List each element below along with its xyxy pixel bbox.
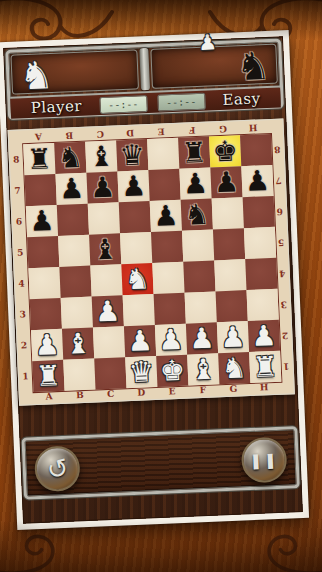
file-label-h: H: [238, 121, 269, 133]
black-knight-icon: ♞: [235, 47, 271, 86]
pause-icon: ❚❚: [249, 450, 279, 469]
player-timer: --:--: [99, 95, 148, 114]
rank-label-7: 7: [12, 175, 24, 206]
control-bar: ↺ ❚❚: [21, 426, 299, 500]
square-e1[interactable]: ♚: [156, 355, 188, 387]
square-e7[interactable]: [148, 169, 180, 201]
square-h8[interactable]: [240, 134, 272, 166]
piece-white-pawn-f2[interactable]: ♟: [186, 322, 218, 354]
piece-black-rook-a8[interactable]: ♜: [23, 143, 55, 175]
piece-black-knight-b8[interactable]: ♞: [54, 142, 86, 174]
square-h5[interactable]: [244, 227, 276, 259]
square-d1[interactable]: ♛: [125, 356, 157, 388]
player-name-label: Player: [30, 97, 82, 117]
screen: { "game": "chess", "app": { "player_labe…: [0, 0, 322, 572]
square-c6[interactable]: [88, 202, 120, 234]
piece-white-pawn-a2[interactable]: ♟: [31, 329, 63, 361]
difficulty-label: Easy: [222, 89, 261, 109]
captured-white-pawn-icon: ♟: [198, 32, 218, 54]
player-capture-tray: ♞: [10, 49, 138, 94]
square-a3[interactable]: [30, 298, 62, 330]
square-h4[interactable]: [245, 258, 277, 290]
square-c8[interactable]: ♝: [85, 140, 117, 172]
file-label-f: F: [176, 124, 207, 136]
rank-label-1: 1: [19, 361, 31, 392]
rank-label-8: 8: [10, 144, 22, 175]
square-g4[interactable]: [214, 259, 246, 291]
piece-black-bishop-c5[interactable]: ♝: [89, 233, 121, 265]
square-c2[interactable]: [93, 326, 125, 358]
pause-button[interactable]: ❚❚: [241, 437, 288, 484]
piece-white-knight-g1[interactable]: ♞: [218, 352, 250, 384]
square-b1[interactable]: [63, 359, 95, 391]
undo-arrow-icon: ↺: [44, 453, 72, 484]
tray-divider-ornament: [139, 48, 150, 90]
piece-black-knight-f6[interactable]: ♞: [181, 198, 213, 230]
square-d4[interactable]: ♞: [121, 263, 153, 295]
piece-black-pawn-e6[interactable]: ♟: [150, 200, 182, 232]
square-f4[interactable]: [183, 260, 215, 292]
square-h1[interactable]: ♜: [249, 351, 281, 383]
piece-white-pawn-g2[interactable]: ♟: [217, 321, 249, 353]
square-d5[interactable]: [120, 232, 152, 264]
square-f6[interactable]: ♞: [181, 198, 213, 230]
square-c1[interactable]: [94, 357, 126, 389]
square-f3[interactable]: [185, 291, 217, 323]
square-f1[interactable]: ♝: [187, 353, 219, 385]
file-label-e: E: [146, 125, 177, 137]
chess-board: ABCDEFGH ABCDEFGH 87654321 87654321 ♜♞♝♛…: [8, 118, 295, 405]
square-d3[interactable]: [123, 294, 155, 326]
file-label-g: G: [207, 122, 238, 134]
square-e5[interactable]: [151, 231, 183, 263]
square-d6[interactable]: [119, 201, 151, 233]
piece-white-bishop-b2[interactable]: ♝: [62, 328, 94, 360]
piece-black-king-g8[interactable]: ♚: [209, 135, 241, 167]
square-f5[interactable]: [182, 229, 214, 261]
piece-black-pawn-f7[interactable]: ♟: [179, 168, 211, 200]
rank-label-2: 2: [18, 330, 30, 361]
square-b8[interactable]: ♞: [54, 142, 86, 174]
square-c3[interactable]: ♟: [92, 295, 124, 327]
piece-black-pawn-d7[interactable]: ♟: [117, 170, 149, 202]
piece-white-knight-d4[interactable]: ♞: [121, 263, 153, 295]
file-label-c: C: [84, 127, 115, 139]
piece-white-pawn-h2[interactable]: ♟: [248, 320, 280, 352]
square-g7[interactable]: ♟: [210, 166, 242, 198]
piece-white-rook-a1[interactable]: ♜: [32, 360, 64, 392]
rank-label-6: 6: [13, 206, 25, 237]
square-d2[interactable]: ♟: [124, 325, 156, 357]
piece-white-bishop-f1[interactable]: ♝: [187, 353, 219, 385]
square-a1[interactable]: ♜: [32, 360, 64, 392]
square-e2[interactable]: ♟: [155, 324, 187, 356]
square-e8[interactable]: [147, 138, 179, 170]
square-f7[interactable]: ♟: [179, 168, 211, 200]
piece-white-queen-d1[interactable]: ♛: [125, 356, 157, 388]
piece-black-rook-f8[interactable]: ♜: [178, 137, 210, 169]
rank-label-3: 3: [17, 299, 29, 330]
square-e4[interactable]: [152, 262, 184, 294]
piece-white-pawn-d2[interactable]: ♟: [124, 325, 156, 357]
file-label-a: A: [23, 130, 54, 142]
square-g2[interactable]: ♟: [217, 321, 249, 353]
square-d8[interactable]: ♛: [116, 139, 148, 171]
file-label-d: D: [115, 126, 146, 138]
piece-white-rook-h1[interactable]: ♜: [249, 351, 281, 383]
piece-white-king-e1[interactable]: ♚: [156, 355, 188, 387]
corner-flourish-bottom-right: [220, 512, 322, 572]
square-b5[interactable]: [58, 235, 90, 267]
square-b3[interactable]: [61, 297, 93, 329]
square-f2[interactable]: ♟: [186, 322, 218, 354]
piece-black-queen-d8[interactable]: ♛: [116, 139, 148, 171]
square-c4[interactable]: [90, 264, 122, 296]
square-h3[interactable]: [247, 289, 279, 321]
square-g3[interactable]: [216, 290, 248, 322]
piece-white-pawn-e2[interactable]: ♟: [155, 324, 187, 356]
cpu-capture-tray: ♟ ♞: [150, 44, 278, 89]
piece-black-bishop-c8[interactable]: ♝: [85, 140, 117, 172]
top-panel: ♞ ♟ ♞ Player --:-- --:-- Easy: [5, 38, 284, 119]
square-e3[interactable]: [154, 293, 186, 325]
square-a5[interactable]: [27, 236, 59, 268]
square-e6[interactable]: ♟: [150, 200, 182, 232]
rank-label-4: 4: [15, 268, 27, 299]
square-a4[interactable]: [28, 267, 60, 299]
square-b6[interactable]: [57, 204, 89, 236]
square-c5[interactable]: ♝: [89, 233, 121, 265]
piece-white-pawn-c3[interactable]: ♟: [92, 295, 124, 327]
file-label-b: B: [53, 129, 84, 141]
piece-black-pawn-a6[interactable]: ♟: [26, 205, 58, 237]
square-a8[interactable]: ♜: [23, 143, 55, 175]
square-g8[interactable]: ♚: [209, 135, 241, 167]
piece-black-pawn-c7[interactable]: ♟: [86, 171, 118, 203]
board-squares: ♜♞♝♛♜♚♟♟♟♟♟♟♟♟♞♝♞♟♟♝♟♟♟♟♟♜♛♚♝♞♜: [22, 133, 282, 393]
square-f8[interactable]: ♜: [178, 137, 210, 169]
piece-black-pawn-h7[interactable]: ♟: [241, 165, 273, 197]
square-a2[interactable]: ♟: [31, 329, 63, 361]
rank-label-5: 5: [14, 237, 26, 268]
square-h6[interactable]: [243, 196, 275, 228]
square-h2[interactable]: ♟: [248, 320, 280, 352]
square-a6[interactable]: ♟: [26, 205, 58, 237]
square-c7[interactable]: ♟: [86, 171, 118, 203]
square-b7[interactable]: ♟: [55, 173, 87, 205]
square-b4[interactable]: [59, 266, 91, 298]
square-h7[interactable]: ♟: [241, 165, 273, 197]
undo-button[interactable]: ↺: [34, 445, 81, 492]
white-knight-icon: ♞: [19, 56, 55, 95]
square-g1[interactable]: ♞: [218, 352, 250, 384]
square-d7[interactable]: ♟: [117, 170, 149, 202]
square-b2[interactable]: ♝: [62, 328, 94, 360]
game-panel-card: ♞ ♟ ♞ Player --:-- --:-- Easy ABCDEFGH: [0, 30, 309, 530]
square-g6[interactable]: [212, 197, 244, 229]
piece-black-pawn-g7[interactable]: ♟: [210, 166, 242, 198]
piece-black-pawn-b7[interactable]: ♟: [55, 173, 87, 205]
square-a7[interactable]: [25, 174, 57, 206]
opponent-timer: --:--: [157, 92, 206, 111]
square-g5[interactable]: [213, 228, 245, 260]
